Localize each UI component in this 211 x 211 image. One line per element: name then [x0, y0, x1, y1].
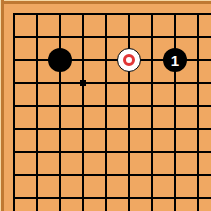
grid-line-horizontal-2 [13, 36, 211, 38]
grid-line-vertical-5 [105, 13, 107, 211]
grid-line-vertical-8 [174, 13, 176, 211]
black-stone-3-3[interactable] [48, 48, 72, 72]
grid-line-horizontal-7 [13, 151, 211, 153]
grid-line-vertical-3 [59, 13, 61, 211]
circle-mark-icon [123, 54, 135, 66]
grid-line-horizontal-9 [13, 197, 211, 199]
grid-line-vertical-4 [82, 13, 84, 211]
go-board: 1 [0, 0, 211, 211]
black-stone-8-3[interactable]: 1 [163, 48, 187, 72]
grid-line-vertical-1 [13, 13, 15, 211]
stone-move-number: 1 [163, 48, 187, 72]
grid-line-horizontal-1 [13, 13, 211, 15]
white-stone-6-3[interactable] [117, 48, 141, 72]
grid-line-vertical-9 [197, 13, 199, 211]
grid-line-horizontal-4 [13, 82, 211, 84]
grid-line-horizontal-8 [13, 174, 211, 176]
grid-line-horizontal-5 [13, 105, 211, 107]
grid-line-horizontal-6 [13, 128, 211, 130]
grid-line-vertical-2 [36, 13, 38, 211]
star-point [80, 80, 86, 86]
grid-line-vertical-6 [128, 13, 130, 211]
board-edge-top [0, 0, 211, 4]
board-edge-left [0, 0, 4, 211]
grid-line-vertical-7 [151, 13, 153, 211]
